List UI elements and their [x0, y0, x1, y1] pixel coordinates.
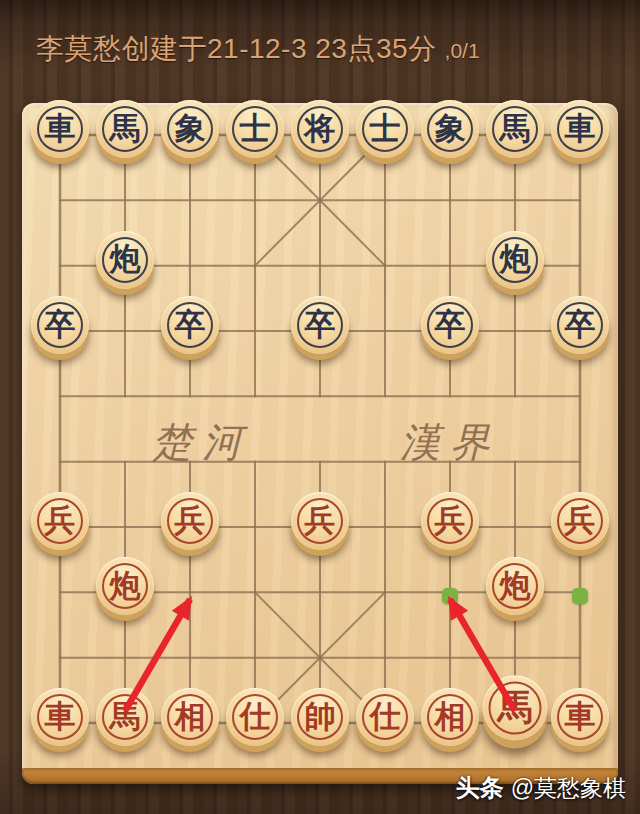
piece-black-soldier[interactable]: 卒 — [551, 296, 609, 354]
piece-black-chariot[interactable]: 車 — [31, 100, 89, 158]
piece-red-advisor[interactable]: 仕 — [356, 688, 414, 746]
piece-glyph: 馬 — [110, 701, 141, 732]
piece-black-horse[interactable]: 馬 — [96, 100, 154, 158]
piece-glyph: 兵 — [565, 505, 596, 536]
piece-red-advisor[interactable]: 仕 — [226, 688, 284, 746]
piece-glyph: 車 — [565, 113, 596, 144]
piece-glyph: 馬 — [110, 113, 141, 144]
piece-black-soldier[interactable]: 卒 — [421, 296, 479, 354]
piece-glyph: 将 — [305, 113, 336, 144]
piece-black-soldier[interactable]: 卒 — [161, 296, 219, 354]
piece-glyph: 炮 — [110, 570, 141, 601]
piece-glyph: 象 — [435, 113, 466, 144]
piece-glyph: 兵 — [175, 505, 206, 536]
piece-red-soldier[interactable]: 兵 — [551, 492, 609, 550]
piece-black-cannon[interactable]: 炮 — [96, 231, 154, 289]
app-screen: 李莫愁创建于21-12-3 23点35分,0/1 楚河 漢界 車馬象士将士象馬車… — [0, 0, 640, 814]
piece-glyph: 帥 — [305, 701, 336, 732]
piece-glyph: 車 — [45, 113, 76, 144]
piece-red-general[interactable]: 帥 — [291, 688, 349, 746]
piece-glyph: 炮 — [500, 243, 531, 274]
piece-glyph: 卒 — [45, 309, 76, 340]
piece-black-advisor[interactable]: 士 — [356, 100, 414, 158]
piece-red-chariot[interactable]: 車 — [551, 688, 609, 746]
piece-glyph: 相 — [175, 701, 206, 732]
piece-glyph: 馬 — [498, 690, 533, 725]
watermark-handle: @莫愁象棋 — [511, 775, 626, 801]
piece-red-soldier[interactable]: 兵 — [291, 492, 349, 550]
piece-black-elephant[interactable]: 象 — [161, 100, 219, 158]
pieces-layer: 車馬象士将士象馬車炮炮卒卒卒卒卒兵兵兵兵兵炮炮車馬相仕帥仕相馬車 — [0, 0, 640, 814]
piece-glyph: 相 — [435, 701, 466, 732]
piece-red-cannon[interactable]: 炮 — [486, 557, 544, 615]
piece-glyph: 炮 — [110, 243, 141, 274]
piece-red-horse[interactable]: 馬 — [96, 688, 154, 746]
piece-glyph: 士 — [240, 113, 271, 144]
piece-black-advisor[interactable]: 士 — [226, 100, 284, 158]
piece-glyph: 仕 — [370, 701, 401, 732]
piece-red-cannon[interactable]: 炮 — [96, 557, 154, 615]
piece-black-horse[interactable]: 馬 — [486, 100, 544, 158]
piece-glyph: 兵 — [435, 505, 466, 536]
piece-glyph: 卒 — [175, 309, 206, 340]
piece-red-horse[interactable]: 馬 — [483, 676, 548, 741]
watermark-brand: 头条 — [456, 774, 504, 801]
piece-glyph: 兵 — [45, 505, 76, 536]
piece-red-soldier[interactable]: 兵 — [31, 492, 89, 550]
piece-glyph: 炮 — [500, 570, 531, 601]
piece-black-chariot[interactable]: 車 — [551, 100, 609, 158]
watermark: 头条@莫愁象棋 — [456, 772, 626, 804]
piece-red-soldier[interactable]: 兵 — [161, 492, 219, 550]
piece-glyph: 仕 — [240, 701, 271, 732]
piece-red-chariot[interactable]: 車 — [31, 688, 89, 746]
piece-red-elephant[interactable]: 相 — [421, 688, 479, 746]
piece-red-soldier[interactable]: 兵 — [421, 492, 479, 550]
piece-glyph: 兵 — [305, 505, 336, 536]
piece-black-elephant[interactable]: 象 — [421, 100, 479, 158]
piece-black-cannon[interactable]: 炮 — [486, 231, 544, 289]
piece-glyph: 卒 — [565, 309, 596, 340]
piece-black-general[interactable]: 将 — [291, 100, 349, 158]
piece-glyph: 士 — [370, 113, 401, 144]
piece-glyph: 卒 — [435, 309, 466, 340]
piece-glyph: 車 — [565, 701, 596, 732]
piece-black-soldier[interactable]: 卒 — [31, 296, 89, 354]
piece-red-elephant[interactable]: 相 — [161, 688, 219, 746]
piece-black-soldier[interactable]: 卒 — [291, 296, 349, 354]
piece-glyph: 象 — [175, 113, 206, 144]
piece-glyph: 車 — [45, 701, 76, 732]
piece-glyph: 卒 — [305, 309, 336, 340]
piece-glyph: 馬 — [500, 113, 531, 144]
